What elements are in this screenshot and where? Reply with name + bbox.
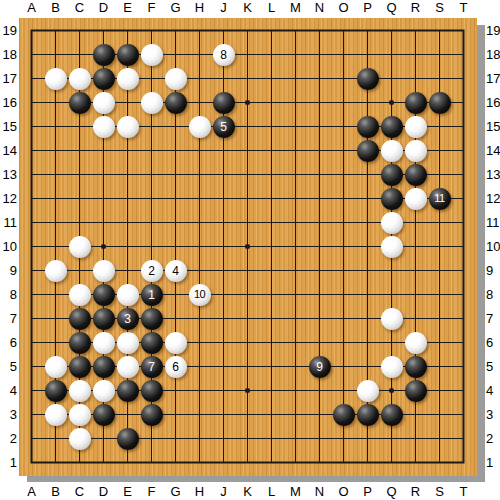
coord-label-left-18: 18 (0, 48, 17, 62)
white-stone (69, 68, 91, 90)
white-stone (165, 68, 187, 90)
black-stone (141, 308, 163, 330)
coord-label-bottom-S: S (428, 485, 452, 499)
white-stone (45, 68, 67, 90)
black-stone (93, 68, 115, 90)
coord-label-left-16: 16 (0, 96, 17, 110)
coord-label-right-13: 13 (486, 168, 500, 182)
coord-label-bottom-P: P (356, 485, 380, 499)
black-stone (405, 380, 427, 402)
coord-label-top-D: D (92, 1, 116, 15)
black-stone (405, 356, 427, 378)
coord-label-right-11: 11 (486, 216, 500, 230)
coord-label-right-1: 1 (486, 456, 500, 470)
black-stone (213, 92, 235, 114)
white-stone (93, 332, 115, 354)
white-stone (93, 116, 115, 138)
coord-label-top-R: R (404, 1, 428, 15)
white-stone-move-10: 10 (189, 284, 211, 306)
white-stone (357, 380, 379, 402)
coord-label-right-6: 6 (486, 336, 500, 350)
coord-label-left-2: 2 (0, 432, 17, 446)
black-stone-move-1: 1 (141, 284, 163, 306)
black-stone (45, 380, 67, 402)
coord-label-top-C: C (68, 1, 92, 15)
coord-label-right-16: 16 (486, 96, 500, 110)
star-point (389, 388, 394, 393)
coord-label-bottom-C: C (68, 485, 92, 499)
white-stone (45, 404, 67, 426)
black-stone (117, 428, 139, 450)
black-stone (381, 116, 403, 138)
coord-label-top-E: E (116, 1, 140, 15)
white-stone (117, 356, 139, 378)
black-stone-move-3: 3 (117, 308, 139, 330)
coord-label-right-9: 9 (486, 264, 500, 278)
coord-label-bottom-N: N (308, 485, 332, 499)
white-stone (69, 404, 91, 426)
white-stone (69, 284, 91, 306)
coord-label-bottom-L: L (260, 485, 284, 499)
coord-label-right-3: 3 (486, 408, 500, 422)
coord-label-top-P: P (356, 1, 380, 15)
white-stone (165, 332, 187, 354)
white-stone (381, 236, 403, 258)
coord-label-top-N: N (308, 1, 332, 15)
white-stone (381, 140, 403, 162)
black-stone (141, 380, 163, 402)
coord-label-left-14: 14 (0, 144, 17, 158)
coord-label-top-F: F (140, 1, 164, 15)
white-stone (405, 332, 427, 354)
coord-label-bottom-B: B (44, 485, 68, 499)
black-stone (117, 380, 139, 402)
black-stone (357, 68, 379, 90)
go-board[interactable]: 1234567891011 (19, 18, 477, 476)
black-stone-move-11: 11 (429, 188, 451, 210)
coord-label-left-11: 11 (0, 216, 17, 230)
white-stone (45, 356, 67, 378)
coord-label-top-Q: Q (380, 1, 404, 15)
black-stone (333, 404, 355, 426)
white-stone (381, 308, 403, 330)
white-stone (117, 68, 139, 90)
black-stone (69, 332, 91, 354)
black-stone (69, 356, 91, 378)
coord-label-left-1: 1 (0, 456, 17, 470)
black-stone (405, 92, 427, 114)
black-stone (381, 164, 403, 186)
coord-label-right-10: 10 (486, 240, 500, 254)
white-stone (69, 236, 91, 258)
star-point (389, 100, 394, 105)
coord-label-top-S: S (428, 1, 452, 15)
coord-label-top-L: L (260, 1, 284, 15)
coord-label-bottom-F: F (140, 485, 164, 499)
coord-label-bottom-R: R (404, 485, 428, 499)
black-stone-move-5: 5 (213, 116, 235, 138)
coord-label-left-19: 19 (0, 24, 17, 38)
white-stone (189, 116, 211, 138)
black-stone (117, 44, 139, 66)
black-stone (357, 404, 379, 426)
black-stone-move-7: 7 (141, 356, 163, 378)
coord-label-left-10: 10 (0, 240, 17, 254)
black-stone-move-9: 9 (309, 356, 331, 378)
coord-label-top-O: O (332, 1, 356, 15)
white-stone (141, 92, 163, 114)
coord-label-left-3: 3 (0, 408, 17, 422)
white-stone (93, 92, 115, 114)
coord-label-right-12: 12 (486, 192, 500, 206)
white-stone (141, 44, 163, 66)
white-stone (93, 380, 115, 402)
coord-label-top-T: T (452, 1, 476, 15)
black-stone (141, 404, 163, 426)
coord-label-right-17: 17 (486, 72, 500, 86)
coord-label-left-6: 6 (0, 336, 17, 350)
star-point (245, 100, 250, 105)
star-point (245, 244, 250, 249)
star-point (101, 244, 106, 249)
black-stone (357, 116, 379, 138)
white-stone (69, 380, 91, 402)
white-stone-move-6: 6 (165, 356, 187, 378)
coord-label-bottom-Q: Q (380, 485, 404, 499)
coord-label-left-5: 5 (0, 360, 17, 374)
star-point (245, 388, 250, 393)
coord-label-top-M: M (284, 1, 308, 15)
coord-label-left-13: 13 (0, 168, 17, 182)
white-stone (381, 356, 403, 378)
coord-label-top-K: K (236, 1, 260, 15)
coord-label-right-7: 7 (486, 312, 500, 326)
black-stone (69, 92, 91, 114)
coord-label-top-G: G (164, 1, 188, 15)
black-stone (141, 332, 163, 354)
black-stone (357, 140, 379, 162)
black-stone (405, 164, 427, 186)
coord-label-left-4: 4 (0, 384, 17, 398)
white-stone (117, 332, 139, 354)
coord-label-right-18: 18 (486, 48, 500, 62)
white-stone (45, 260, 67, 282)
coord-label-top-J: J (212, 1, 236, 15)
white-stone (405, 188, 427, 210)
black-stone (93, 284, 115, 306)
white-stone (381, 212, 403, 234)
coord-label-left-8: 8 (0, 288, 17, 302)
coord-label-right-2: 2 (486, 432, 500, 446)
white-stone (117, 116, 139, 138)
coord-label-left-12: 12 (0, 192, 17, 206)
coord-label-right-14: 14 (486, 144, 500, 158)
black-stone (69, 308, 91, 330)
coord-label-top-A: A (20, 1, 44, 15)
coord-label-bottom-J: J (212, 485, 236, 499)
black-stone (93, 356, 115, 378)
black-stone (93, 404, 115, 426)
coord-label-top-H: H (188, 1, 212, 15)
coord-label-right-4: 4 (486, 384, 500, 398)
coord-label-right-15: 15 (486, 120, 500, 134)
coord-label-left-17: 17 (0, 72, 17, 86)
white-stone (405, 116, 427, 138)
coord-label-bottom-K: K (236, 485, 260, 499)
coord-label-right-8: 8 (486, 288, 500, 302)
black-stone (429, 92, 451, 114)
white-stone-move-4: 4 (165, 260, 187, 282)
coord-label-left-9: 9 (0, 264, 17, 278)
black-stone (165, 92, 187, 114)
black-stone (381, 404, 403, 426)
white-stone (117, 284, 139, 306)
coord-label-bottom-A: A (20, 485, 44, 499)
coord-label-bottom-E: E (116, 485, 140, 499)
black-stone (93, 308, 115, 330)
coord-label-right-19: 19 (486, 24, 500, 38)
white-stone-move-8: 8 (213, 44, 235, 66)
white-stone (93, 260, 115, 282)
black-stone (381, 188, 403, 210)
coord-label-right-5: 5 (486, 360, 500, 374)
white-stone-move-2: 2 (141, 260, 163, 282)
white-stone (69, 428, 91, 450)
coord-label-bottom-M: M (284, 485, 308, 499)
coord-label-bottom-D: D (92, 485, 116, 499)
coord-label-bottom-G: G (164, 485, 188, 499)
coord-label-bottom-T: T (452, 485, 476, 499)
white-stone (405, 140, 427, 162)
coord-label-top-B: B (44, 1, 68, 15)
coord-label-left-15: 15 (0, 120, 17, 134)
black-stone (93, 44, 115, 66)
coord-label-bottom-O: O (332, 485, 356, 499)
go-board-diagram: 1234567891011 AABBCCDDEEFFGGHHJJKKLLMMNN… (0, 0, 500, 500)
coord-label-bottom-H: H (188, 485, 212, 499)
coord-label-left-7: 7 (0, 312, 17, 326)
